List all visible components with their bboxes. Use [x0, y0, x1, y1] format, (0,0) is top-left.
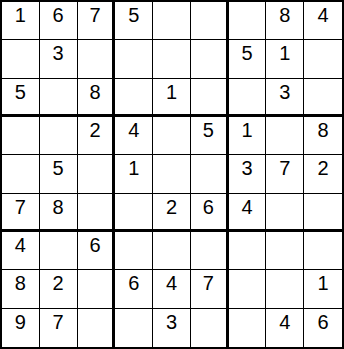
cell-r2c8[interactable]: 1	[266, 40, 304, 78]
cell-r6c3[interactable]	[78, 194, 116, 232]
given-digit: 6	[128, 273, 139, 293]
given-digit: 4	[15, 235, 26, 255]
cell-r1c6[interactable]	[191, 2, 229, 40]
cell-r3c2[interactable]	[40, 79, 78, 117]
cell-r6c8[interactable]	[266, 194, 304, 232]
cell-r8c5[interactable]: 4	[153, 270, 191, 308]
cell-r2c6[interactable]	[191, 40, 229, 78]
given-digit: 2	[166, 197, 177, 217]
given-digit: 4	[166, 273, 177, 293]
cell-r3c1[interactable]: 5	[2, 79, 40, 117]
cell-r4c9[interactable]: 8	[304, 117, 342, 155]
cell-r6c9[interactable]	[304, 194, 342, 232]
cell-r2c1[interactable]	[2, 40, 40, 78]
given-digit: 2	[89, 120, 100, 140]
given-digit: 9	[15, 312, 26, 332]
given-digit: 7	[279, 158, 290, 178]
cell-r2c4[interactable]	[115, 40, 153, 78]
cell-r1c9[interactable]: 4	[304, 2, 342, 40]
given-digit: 8	[53, 197, 64, 217]
cell-r3c8[interactable]: 3	[266, 79, 304, 117]
cell-r2c9[interactable]	[304, 40, 342, 78]
given-digit: 8	[318, 120, 329, 140]
given-digit: 4	[279, 312, 290, 332]
cell-r6c6[interactable]: 6	[191, 194, 229, 232]
given-digit: 5	[241, 43, 252, 63]
cell-r2c3[interactable]	[78, 40, 116, 78]
cell-r6c2[interactable]: 8	[40, 194, 78, 232]
given-digit: 4	[241, 197, 252, 217]
given-digit: 2	[318, 158, 329, 178]
given-digit: 1	[241, 120, 252, 140]
given-digit: 5	[15, 82, 26, 102]
cell-r7c7[interactable]	[229, 232, 267, 270]
cell-r4c6[interactable]: 5	[191, 117, 229, 155]
cell-r1c2[interactable]: 6	[40, 2, 78, 40]
given-digit: 3	[241, 158, 252, 178]
cell-r6c5[interactable]: 2	[153, 194, 191, 232]
cell-r3c3[interactable]: 8	[78, 79, 116, 117]
cell-r9c4[interactable]	[115, 309, 153, 347]
cell-r2c7[interactable]: 5	[229, 40, 267, 78]
given-digit: 1	[166, 82, 177, 102]
cell-r6c4[interactable]	[115, 194, 153, 232]
cell-r5c4[interactable]: 1	[115, 155, 153, 193]
cell-r1c4[interactable]: 5	[115, 2, 153, 40]
sudoku-puzzle: 1675843515813245185137278264468264719734…	[0, 0, 344, 349]
given-digit: 7	[89, 5, 100, 25]
cell-r3c4[interactable]	[115, 79, 153, 117]
cell-r9c2[interactable]: 7	[40, 309, 78, 347]
cell-r4c1[interactable]	[2, 117, 40, 155]
cell-r5c2[interactable]: 5	[40, 155, 78, 193]
cell-r3c5[interactable]: 1	[153, 79, 191, 117]
cell-r9c7[interactable]	[229, 309, 267, 347]
cell-r7c5[interactable]	[153, 232, 191, 270]
cell-r5c3[interactable]	[78, 155, 116, 193]
cell-r3c9[interactable]	[304, 79, 342, 117]
cell-r9c1[interactable]: 9	[2, 309, 40, 347]
cell-r7c2[interactable]	[40, 232, 78, 270]
cell-r3c7[interactable]	[229, 79, 267, 117]
given-digit: 4	[318, 5, 329, 25]
given-digit: 8	[89, 82, 100, 102]
cell-r8c7[interactable]	[229, 270, 267, 308]
cell-r5c1[interactable]	[2, 155, 40, 193]
cell-r4c4[interactable]: 4	[115, 117, 153, 155]
cell-r7c9[interactable]	[304, 232, 342, 270]
cell-r8c9[interactable]: 1	[304, 270, 342, 308]
cell-r5c6[interactable]	[191, 155, 229, 193]
cell-r5c7[interactable]: 3	[229, 155, 267, 193]
given-digit: 1	[15, 5, 26, 25]
cell-r9c9[interactable]: 6	[304, 309, 342, 347]
cell-r2c5[interactable]	[153, 40, 191, 78]
given-digit: 1	[279, 43, 290, 63]
cell-r7c6[interactable]	[191, 232, 229, 270]
given-digit: 7	[203, 273, 214, 293]
sudoku-board: 1675843515813245185137278264468264719734…	[0, 0, 344, 349]
cell-r8c2[interactable]: 2	[40, 270, 78, 308]
cell-r5c8[interactable]: 7	[266, 155, 304, 193]
given-digit: 7	[53, 312, 64, 332]
given-digit: 6	[53, 5, 64, 25]
given-digit: 3	[53, 43, 64, 63]
cell-r1c5[interactable]	[153, 2, 191, 40]
cell-r4c5[interactable]	[153, 117, 191, 155]
cell-r8c1[interactable]: 8	[2, 270, 40, 308]
given-digit: 4	[128, 120, 139, 140]
given-digit: 6	[203, 197, 214, 217]
cell-r9c5[interactable]: 3	[153, 309, 191, 347]
given-digit: 3	[279, 82, 290, 102]
cell-r8c3[interactable]	[78, 270, 116, 308]
given-digit: 6	[89, 235, 100, 255]
cell-r4c3[interactable]: 2	[78, 117, 116, 155]
cell-r3c6[interactable]	[191, 79, 229, 117]
cell-r1c8[interactable]: 8	[266, 2, 304, 40]
cell-r5c9[interactable]: 2	[304, 155, 342, 193]
cell-r8c4[interactable]: 6	[115, 270, 153, 308]
given-digit: 5	[53, 158, 64, 178]
cell-r1c7[interactable]	[229, 2, 267, 40]
cell-r4c2[interactable]	[40, 117, 78, 155]
cell-r4c7[interactable]: 1	[229, 117, 267, 155]
cell-r6c7[interactable]: 4	[229, 194, 267, 232]
given-digit: 8	[15, 273, 26, 293]
given-digit: 7	[15, 197, 26, 217]
given-digit: 6	[318, 312, 329, 332]
cell-r5c5[interactable]	[153, 155, 191, 193]
given-digit: 3	[166, 312, 177, 332]
cell-r8c8[interactable]	[266, 270, 304, 308]
given-digit: 2	[53, 273, 64, 293]
cell-r1c1[interactable]: 1	[2, 2, 40, 40]
cell-r7c8[interactable]	[266, 232, 304, 270]
cell-r2c2[interactable]: 3	[40, 40, 78, 78]
cell-r6c1[interactable]: 7	[2, 194, 40, 232]
cell-r7c3[interactable]: 6	[78, 232, 116, 270]
given-digit: 5	[203, 120, 214, 140]
cell-r1c3[interactable]: 7	[78, 2, 116, 40]
cell-r9c8[interactable]: 4	[266, 309, 304, 347]
cell-r4c8[interactable]	[266, 117, 304, 155]
given-digit: 5	[128, 5, 139, 25]
cell-r9c3[interactable]	[78, 309, 116, 347]
given-digit: 1	[318, 273, 329, 293]
given-digit: 8	[279, 5, 290, 25]
cell-r9c6[interactable]	[191, 309, 229, 347]
given-digit: 1	[128, 158, 139, 178]
cell-r8c6[interactable]: 7	[191, 270, 229, 308]
cell-r7c4[interactable]	[115, 232, 153, 270]
cell-r7c1[interactable]: 4	[2, 232, 40, 270]
